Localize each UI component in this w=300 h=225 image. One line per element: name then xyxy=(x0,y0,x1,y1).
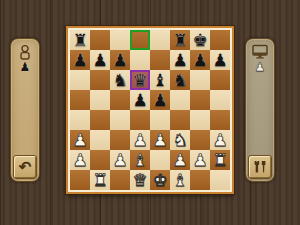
piece-white-pawn-d3[interactable]: ♟ xyxy=(132,130,147,150)
chess-app-window: ♟ ↶ ♜♜♚♟♟♟♟♟♟♞♛♝♞♟♟♟♟♟♞♟♟♟♝♟♟♜♜♛♚♝ ♟ xyxy=(0,0,300,225)
piece-black-bishop-e6[interactable]: ♝ xyxy=(152,70,167,90)
square-a4[interactable] xyxy=(70,110,90,130)
square-e2[interactable] xyxy=(150,150,170,170)
piece-white-rook-h2[interactable]: ♜ xyxy=(212,150,227,170)
square-h5[interactable] xyxy=(210,90,230,110)
square-c5[interactable] xyxy=(110,90,130,110)
piece-white-pawn-c2[interactable]: ♟ xyxy=(112,150,127,170)
square-e8[interactable] xyxy=(150,30,170,50)
piece-black-knight-c6[interactable]: ♞ xyxy=(112,70,127,90)
square-e5[interactable]: ♟ xyxy=(150,90,170,110)
player-panel-human: ♟ ↶ xyxy=(10,38,40,182)
piece-white-rook-b1[interactable]: ♜ xyxy=(92,170,107,190)
piece-white-pawn-a2[interactable]: ♟ xyxy=(72,150,87,170)
square-a8[interactable]: ♜ xyxy=(70,30,90,50)
square-c3[interactable] xyxy=(110,130,130,150)
undo-arrow-icon: ↶ xyxy=(19,159,32,174)
square-c6[interactable]: ♞ xyxy=(110,70,130,90)
piece-black-pawn-e5[interactable]: ♟ xyxy=(152,90,167,110)
square-h1[interactable] xyxy=(210,170,230,190)
square-g1[interactable] xyxy=(190,170,210,190)
square-c4[interactable] xyxy=(110,110,130,130)
piece-white-pawn-a3[interactable]: ♟ xyxy=(72,130,87,150)
square-f4[interactable] xyxy=(170,110,190,130)
chess-board[interactable]: ♜♜♚♟♟♟♟♟♟♞♛♝♞♟♟♟♟♟♞♟♟♟♝♟♟♜♜♛♚♝ xyxy=(70,30,230,190)
human-player-icon xyxy=(17,44,33,60)
piece-white-knight-f3[interactable]: ♞ xyxy=(172,130,187,150)
square-a5[interactable] xyxy=(70,90,90,110)
square-f5[interactable] xyxy=(170,90,190,110)
piece-black-pawn-g7[interactable]: ♟ xyxy=(192,50,207,70)
piece-black-pawn-h7[interactable]: ♟ xyxy=(212,50,227,70)
square-b6[interactable] xyxy=(90,70,110,90)
square-c2[interactable]: ♟ xyxy=(110,150,130,170)
piece-black-pawn-d5[interactable]: ♟ xyxy=(132,90,147,110)
piece-black-pawn-c7[interactable]: ♟ xyxy=(112,50,127,70)
square-h7[interactable]: ♟ xyxy=(210,50,230,70)
square-c1[interactable] xyxy=(110,170,130,190)
square-a7[interactable]: ♟ xyxy=(70,50,90,70)
square-g3[interactable] xyxy=(190,130,210,150)
white-side-pawn-icon: ♟ xyxy=(255,61,266,73)
square-h3[interactable]: ♟ xyxy=(210,130,230,150)
chess-board-frame: ♜♜♚♟♟♟♟♟♟♞♛♝♞♟♟♟♟♟♞♟♟♟♝♟♟♜♜♛♚♝ xyxy=(66,26,234,194)
piece-white-king-e1[interactable]: ♚ xyxy=(152,170,167,190)
square-c8[interactable] xyxy=(110,30,130,50)
square-d8[interactable] xyxy=(130,30,150,50)
square-f7[interactable]: ♟ xyxy=(170,50,190,70)
square-g7[interactable]: ♟ xyxy=(190,50,210,70)
piece-black-queen-d6[interactable]: ♛ xyxy=(132,70,147,90)
square-h2[interactable]: ♜ xyxy=(210,150,230,170)
square-c7[interactable]: ♟ xyxy=(110,50,130,70)
piece-black-rook-a8[interactable]: ♜ xyxy=(72,30,87,50)
piece-black-pawn-a7[interactable]: ♟ xyxy=(72,50,87,70)
square-f6[interactable]: ♞ xyxy=(170,70,190,90)
square-b3[interactable] xyxy=(90,130,110,150)
chess-board-inner-border: ♜♜♚♟♟♟♟♟♟♞♛♝♞♟♟♟♟♟♞♟♟♟♝♟♟♜♜♛♚♝ xyxy=(68,28,232,192)
piece-black-king-g8[interactable]: ♚ xyxy=(192,30,207,50)
square-a6[interactable] xyxy=(70,70,90,90)
black-side-pawn-icon: ♟ xyxy=(20,61,31,73)
piece-white-queen-d1[interactable]: ♛ xyxy=(132,170,147,190)
settings-tools-button[interactable] xyxy=(248,155,272,179)
square-d2[interactable]: ♝ xyxy=(130,150,150,170)
computer-monitor-icon xyxy=(251,44,269,60)
piece-white-pawn-g2[interactable]: ♟ xyxy=(192,150,207,170)
square-b8[interactable] xyxy=(90,30,110,50)
square-f1[interactable]: ♝ xyxy=(170,170,190,190)
piece-white-bishop-d2[interactable]: ♝ xyxy=(132,150,147,170)
tools-wrench-screwdriver-icon xyxy=(253,160,268,174)
square-d5[interactable]: ♟ xyxy=(130,90,150,110)
square-b1[interactable]: ♜ xyxy=(90,170,110,190)
square-h4[interactable] xyxy=(210,110,230,130)
square-g8[interactable]: ♚ xyxy=(190,30,210,50)
square-g5[interactable] xyxy=(190,90,210,110)
square-g2[interactable]: ♟ xyxy=(190,150,210,170)
piece-white-pawn-e3[interactable]: ♟ xyxy=(152,130,167,150)
square-d1[interactable]: ♛ xyxy=(130,170,150,190)
square-d7[interactable] xyxy=(130,50,150,70)
piece-white-bishop-f1[interactable]: ♝ xyxy=(172,170,187,190)
undo-button[interactable]: ↶ xyxy=(13,155,37,179)
square-e3[interactable]: ♟ xyxy=(150,130,170,150)
piece-white-pawn-f2[interactable]: ♟ xyxy=(172,150,187,170)
piece-black-pawn-b7[interactable]: ♟ xyxy=(92,50,107,70)
piece-black-rook-f8[interactable]: ♜ xyxy=(172,30,187,50)
square-e7[interactable] xyxy=(150,50,170,70)
piece-white-pawn-h3[interactable]: ♟ xyxy=(212,130,227,150)
square-e1[interactable]: ♚ xyxy=(150,170,170,190)
square-g6[interactable] xyxy=(190,70,210,90)
square-f3[interactable]: ♞ xyxy=(170,130,190,150)
square-h8[interactable] xyxy=(210,30,230,50)
square-a3[interactable]: ♟ xyxy=(70,130,90,150)
square-b5[interactable] xyxy=(90,90,110,110)
square-g4[interactable] xyxy=(190,110,210,130)
square-e6[interactable]: ♝ xyxy=(150,70,170,90)
square-d6[interactable]: ♛ xyxy=(130,70,150,90)
square-f2[interactable]: ♟ xyxy=(170,150,190,170)
square-e4[interactable] xyxy=(150,110,170,130)
square-d3[interactable]: ♟ xyxy=(130,130,150,150)
square-a2[interactable]: ♟ xyxy=(70,150,90,170)
square-b4[interactable] xyxy=(90,110,110,130)
square-a1[interactable] xyxy=(70,170,90,190)
square-b2[interactable] xyxy=(90,150,110,170)
square-d4[interactable] xyxy=(130,110,150,130)
square-h6[interactable] xyxy=(210,70,230,90)
player-panel-computer: ♟ xyxy=(245,38,275,182)
square-b7[interactable]: ♟ xyxy=(90,50,110,70)
piece-black-pawn-f7[interactable]: ♟ xyxy=(172,50,187,70)
piece-black-knight-f6[interactable]: ♞ xyxy=(172,70,187,90)
square-f8[interactable]: ♜ xyxy=(170,30,190,50)
